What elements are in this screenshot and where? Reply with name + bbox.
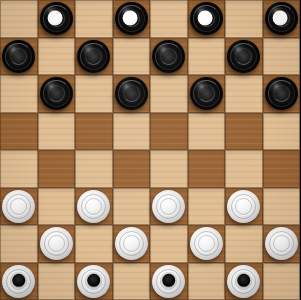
square-r2c5[interactable] <box>188 75 226 113</box>
square-r4c0 <box>0 150 38 188</box>
square-r3c0[interactable] <box>0 113 38 151</box>
square-r7c4[interactable] <box>150 263 188 300</box>
square-r2c2 <box>75 75 113 113</box>
square-r7c6[interactable] <box>225 263 263 300</box>
black-center-dot <box>237 274 250 287</box>
white-king[interactable] <box>152 265 185 298</box>
black-man[interactable] <box>77 40 110 73</box>
checkers-board <box>0 0 300 300</box>
square-r1c4[interactable] <box>150 38 188 76</box>
square-r7c7 <box>263 263 301 300</box>
black-man[interactable] <box>265 77 298 110</box>
square-r5c5 <box>188 188 226 226</box>
black-king[interactable] <box>190 2 223 35</box>
square-r0c0 <box>0 0 38 38</box>
square-r1c3 <box>113 38 151 76</box>
black-man[interactable] <box>190 77 223 110</box>
square-r0c7[interactable] <box>263 0 301 38</box>
square-r2c1[interactable] <box>38 75 76 113</box>
square-r7c2[interactable] <box>75 263 113 300</box>
square-r1c7 <box>263 38 301 76</box>
square-r2c4 <box>150 75 188 113</box>
square-r5c7 <box>263 188 301 226</box>
white-man[interactable] <box>265 227 298 260</box>
square-r6c1[interactable] <box>38 225 76 263</box>
square-r0c1[interactable] <box>38 0 76 38</box>
black-center-dot <box>87 274 100 287</box>
square-r5c0[interactable] <box>0 188 38 226</box>
square-r4c3[interactable] <box>113 150 151 188</box>
square-r7c1 <box>38 263 76 300</box>
square-r2c6 <box>225 75 263 113</box>
square-r5c2[interactable] <box>75 188 113 226</box>
square-r0c6 <box>225 0 263 38</box>
square-r3c6[interactable] <box>225 113 263 151</box>
white-man[interactable] <box>40 227 73 260</box>
square-r1c2[interactable] <box>75 38 113 76</box>
square-r7c0[interactable] <box>0 263 38 300</box>
square-r6c6 <box>225 225 263 263</box>
square-r4c4 <box>150 150 188 188</box>
white-man[interactable] <box>152 190 185 223</box>
black-center-dot <box>162 274 175 287</box>
square-r6c4 <box>150 225 188 263</box>
square-r3c5 <box>188 113 226 151</box>
white-king[interactable] <box>2 265 35 298</box>
square-r7c3 <box>113 263 151 300</box>
white-man[interactable] <box>190 227 223 260</box>
white-man[interactable] <box>227 190 260 223</box>
square-r3c7 <box>263 113 301 151</box>
square-r0c5[interactable] <box>188 0 226 38</box>
white-center-dot <box>198 10 213 25</box>
black-man[interactable] <box>227 40 260 73</box>
square-r4c1[interactable] <box>38 150 76 188</box>
white-man[interactable] <box>77 190 110 223</box>
black-king[interactable] <box>115 2 148 35</box>
square-r0c2 <box>75 0 113 38</box>
square-r0c3[interactable] <box>113 0 151 38</box>
square-r5c3 <box>113 188 151 226</box>
square-r5c4[interactable] <box>150 188 188 226</box>
square-r2c3[interactable] <box>113 75 151 113</box>
black-king[interactable] <box>265 2 298 35</box>
square-r4c7[interactable] <box>263 150 301 188</box>
white-center-dot <box>48 10 63 25</box>
square-r4c6 <box>225 150 263 188</box>
square-r6c7[interactable] <box>263 225 301 263</box>
black-king[interactable] <box>40 2 73 35</box>
square-r1c0[interactable] <box>0 38 38 76</box>
square-r6c2 <box>75 225 113 263</box>
white-man[interactable] <box>115 227 148 260</box>
square-r3c1 <box>38 113 76 151</box>
white-king[interactable] <box>77 265 110 298</box>
square-r6c5[interactable] <box>188 225 226 263</box>
square-r4c2 <box>75 150 113 188</box>
square-r3c3 <box>113 113 151 151</box>
square-r2c7[interactable] <box>263 75 301 113</box>
square-r1c5 <box>188 38 226 76</box>
square-r1c6[interactable] <box>225 38 263 76</box>
square-r1c1 <box>38 38 76 76</box>
square-r2c0 <box>0 75 38 113</box>
white-king[interactable] <box>227 265 260 298</box>
black-man[interactable] <box>152 40 185 73</box>
white-center-dot <box>273 10 288 25</box>
square-r3c4[interactable] <box>150 113 188 151</box>
square-r5c1 <box>38 188 76 226</box>
square-r6c3[interactable] <box>113 225 151 263</box>
square-r3c2[interactable] <box>75 113 113 151</box>
black-man[interactable] <box>2 40 35 73</box>
black-man[interactable] <box>115 77 148 110</box>
black-center-dot <box>12 274 25 287</box>
square-r7c5 <box>188 263 226 300</box>
white-center-dot <box>123 10 138 25</box>
square-r0c4 <box>150 0 188 38</box>
square-r4c5[interactable] <box>188 150 226 188</box>
square-r5c6[interactable] <box>225 188 263 226</box>
white-man[interactable] <box>2 190 35 223</box>
square-r6c0 <box>0 225 38 263</box>
black-man[interactable] <box>40 77 73 110</box>
